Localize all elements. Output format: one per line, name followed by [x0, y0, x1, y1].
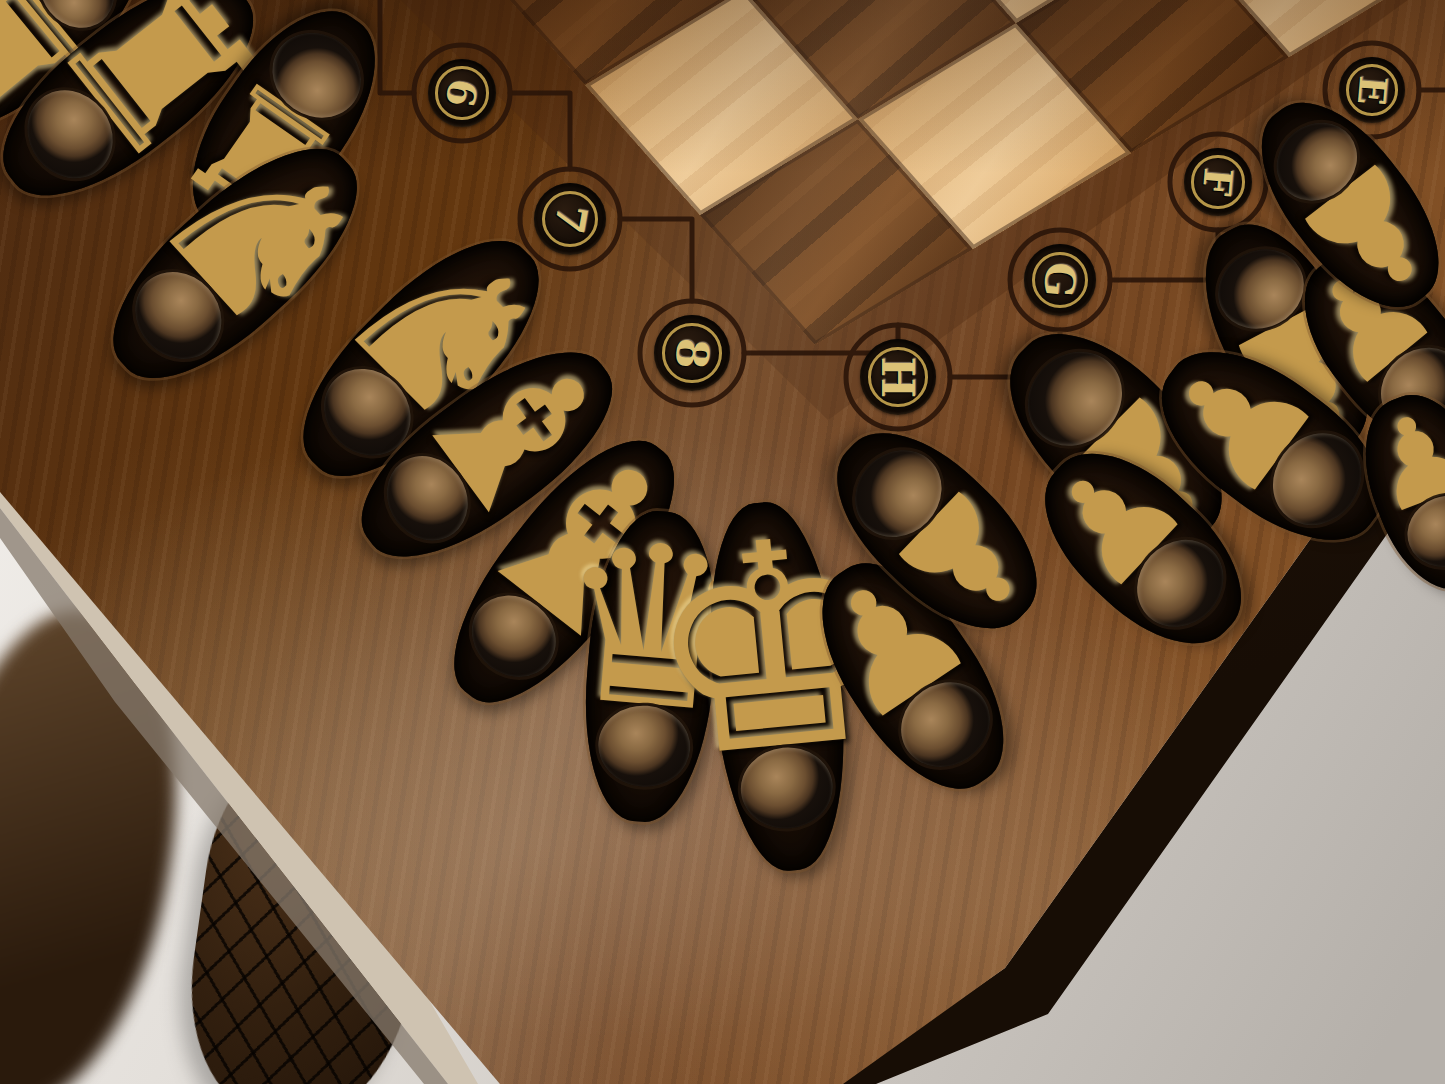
rank-label-6: 6 [428, 59, 496, 127]
chess-table-photo: 678EFGH ♜♜♜♞♞♝♝♛♚♟♟♟♟♟♟♟♟♟ [0, 0, 1445, 1084]
file-label-F: F [1184, 148, 1252, 216]
medallion-character: H [872, 356, 923, 398]
medallion-character: F [1194, 166, 1242, 198]
file-label-G: G [1024, 244, 1096, 316]
medallion-character: G [1035, 260, 1086, 299]
file-label-E: E [1339, 57, 1405, 123]
rank-label-7: 7 [534, 183, 606, 255]
medallion-character: E [1348, 74, 1395, 107]
rank-label-8: 8 [654, 315, 730, 391]
medallion-character: 8 [665, 336, 718, 371]
stored-piece-king: ♚ [707, 508, 846, 866]
file-label-H: H [860, 339, 936, 415]
